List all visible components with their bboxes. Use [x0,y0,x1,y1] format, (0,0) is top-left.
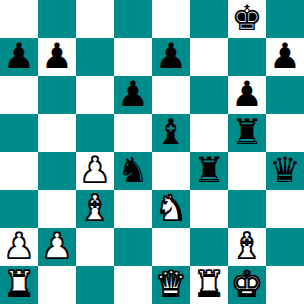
piece-black-pawn[interactable]: ♟ [41,38,72,75]
square-f8[interactable] [190,0,228,38]
square-e5[interactable]: ♝ [152,114,190,152]
square-d8[interactable] [114,0,152,38]
square-f3[interactable] [190,190,228,228]
square-c3[interactable]: ♝ [76,190,114,228]
square-h3[interactable] [266,190,304,228]
square-d4[interactable]: ♞ [114,152,152,190]
square-c5[interactable] [76,114,114,152]
piece-black-rook[interactable]: ♜ [231,114,262,151]
square-a7[interactable]: ♟ [0,38,38,76]
square-g4[interactable] [228,152,266,190]
piece-black-king[interactable]: ♚ [231,0,262,37]
piece-white-pawn[interactable]: ♟ [3,228,34,265]
square-a4[interactable] [0,152,38,190]
square-b8[interactable] [38,0,76,38]
square-d6[interactable]: ♟ [114,76,152,114]
square-h5[interactable] [266,114,304,152]
square-e7[interactable]: ♟ [152,38,190,76]
piece-black-knight[interactable]: ♞ [117,152,148,189]
square-e8[interactable] [152,0,190,38]
square-c2[interactable] [76,228,114,266]
square-c1[interactable] [76,266,114,304]
square-b2[interactable]: ♟ [38,228,76,266]
piece-white-pawn[interactable]: ♟ [41,228,72,265]
square-d2[interactable] [114,228,152,266]
square-f6[interactable] [190,76,228,114]
square-d1[interactable] [114,266,152,304]
square-b5[interactable] [38,114,76,152]
chess-board: ♚♟♟♟♟♟♟♝♜♟♞♜♛♝♞♟♟♝♜♛♜♚ [0,0,304,304]
square-b4[interactable] [38,152,76,190]
square-f5[interactable] [190,114,228,152]
piece-black-pawn[interactable]: ♟ [269,38,300,75]
square-a5[interactable] [0,114,38,152]
square-h2[interactable] [266,228,304,266]
square-e1[interactable]: ♛ [152,266,190,304]
square-h8[interactable] [266,0,304,38]
square-a6[interactable] [0,76,38,114]
piece-white-knight[interactable]: ♞ [155,190,186,227]
piece-black-pawn[interactable]: ♟ [3,38,34,75]
square-g8[interactable]: ♚ [228,0,266,38]
square-h4[interactable]: ♛ [266,152,304,190]
square-c8[interactable] [76,0,114,38]
piece-white-rook[interactable]: ♜ [3,266,34,303]
square-h7[interactable]: ♟ [266,38,304,76]
square-c4[interactable]: ♟ [76,152,114,190]
piece-black-bishop[interactable]: ♝ [155,114,186,151]
square-g1[interactable]: ♚ [228,266,266,304]
square-a3[interactable] [0,190,38,228]
piece-black-pawn[interactable]: ♟ [155,38,186,75]
square-f1[interactable]: ♜ [190,266,228,304]
square-a1[interactable]: ♜ [0,266,38,304]
piece-black-queen[interactable]: ♛ [269,152,300,189]
square-a2[interactable]: ♟ [0,228,38,266]
square-e2[interactable] [152,228,190,266]
piece-black-pawn[interactable]: ♟ [117,76,148,113]
square-g3[interactable] [228,190,266,228]
square-g6[interactable]: ♟ [228,76,266,114]
square-e3[interactable]: ♞ [152,190,190,228]
piece-white-queen[interactable]: ♛ [155,266,186,303]
square-d7[interactable] [114,38,152,76]
square-b1[interactable] [38,266,76,304]
piece-white-rook[interactable]: ♜ [193,266,224,303]
square-b7[interactable]: ♟ [38,38,76,76]
square-f4[interactable]: ♜ [190,152,228,190]
square-f7[interactable] [190,38,228,76]
square-c6[interactable] [76,76,114,114]
square-c7[interactable] [76,38,114,76]
piece-white-pawn[interactable]: ♟ [79,152,110,189]
square-d5[interactable] [114,114,152,152]
square-g7[interactable] [228,38,266,76]
square-e4[interactable] [152,152,190,190]
square-g5[interactable]: ♜ [228,114,266,152]
square-b3[interactable] [38,190,76,228]
square-g2[interactable]: ♝ [228,228,266,266]
square-b6[interactable] [38,76,76,114]
square-h1[interactable] [266,266,304,304]
square-d3[interactable] [114,190,152,228]
square-f2[interactable] [190,228,228,266]
piece-black-pawn[interactable]: ♟ [231,76,262,113]
square-a8[interactable] [0,0,38,38]
piece-white-bishop[interactable]: ♝ [231,228,262,265]
piece-white-king[interactable]: ♚ [231,266,262,303]
square-e6[interactable] [152,76,190,114]
piece-white-bishop[interactable]: ♝ [79,190,110,227]
square-h6[interactable] [266,76,304,114]
piece-black-rook[interactable]: ♜ [193,152,224,189]
